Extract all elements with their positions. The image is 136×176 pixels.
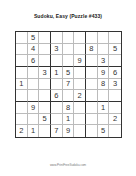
- cell-r5c9[interactable]: 3: [109, 79, 121, 91]
- cell-r6c2[interactable]: [28, 90, 40, 102]
- cell-r2c6[interactable]: [74, 44, 86, 56]
- sudoku-grid: 543856933159617836298151221795: [15, 31, 122, 138]
- cell-r1c4[interactable]: [51, 32, 63, 44]
- cell-r1c3[interactable]: [39, 32, 51, 44]
- footer-url: www.PrintFreeSudoku.com: [0, 163, 136, 167]
- cell-r7c8[interactable]: 1: [98, 102, 110, 114]
- cell-r8c2[interactable]: [28, 114, 40, 126]
- cell-r5c1[interactable]: 1: [16, 79, 28, 91]
- cell-r7c7[interactable]: [86, 102, 98, 114]
- cell-r7c4[interactable]: [51, 102, 63, 114]
- cell-r8c9[interactable]: 2: [109, 114, 121, 126]
- cell-r2c7[interactable]: 8: [86, 44, 98, 56]
- cell-r2c8[interactable]: [98, 44, 110, 56]
- cell-r5c4[interactable]: [51, 79, 63, 91]
- cell-r4c4[interactable]: 1: [51, 67, 63, 79]
- cell-r7c2[interactable]: 9: [28, 102, 40, 114]
- cell-r8c1[interactable]: [16, 114, 28, 126]
- cell-r1c7[interactable]: [86, 32, 98, 44]
- cell-r9c4[interactable]: 7: [51, 125, 63, 137]
- cell-r9c2[interactable]: 1: [28, 125, 40, 137]
- cell-r3c3[interactable]: [39, 55, 51, 67]
- cell-r6c5[interactable]: [63, 90, 75, 102]
- cell-r7c5[interactable]: 8: [63, 102, 75, 114]
- cell-r3c9[interactable]: [109, 55, 121, 67]
- cell-r4c8[interactable]: 9: [98, 67, 110, 79]
- cell-r9c8[interactable]: 5: [98, 125, 110, 137]
- cell-r6c1[interactable]: [16, 90, 28, 102]
- cell-r2c1[interactable]: [16, 44, 28, 56]
- cell-r1c5[interactable]: [63, 32, 75, 44]
- cell-r5c6[interactable]: [74, 79, 86, 91]
- cell-r2c5[interactable]: [63, 44, 75, 56]
- cell-r7c6[interactable]: [74, 102, 86, 114]
- cell-r3c4[interactable]: [51, 55, 63, 67]
- cell-r2c3[interactable]: [39, 44, 51, 56]
- cell-r4c9[interactable]: 6: [109, 67, 121, 79]
- cell-r3c7[interactable]: [86, 55, 98, 67]
- cell-r4c7[interactable]: [86, 67, 98, 79]
- cell-r1c9[interactable]: [109, 32, 121, 44]
- cell-r3c1[interactable]: [16, 55, 28, 67]
- cell-r9c1[interactable]: 2: [16, 125, 28, 137]
- cell-r9c6[interactable]: [74, 125, 86, 137]
- cell-r9c7[interactable]: [86, 125, 98, 137]
- cell-r6c6[interactable]: 2: [74, 90, 86, 102]
- cell-r2c4[interactable]: 3: [51, 44, 63, 56]
- cell-r8c6[interactable]: [74, 114, 86, 126]
- cell-r9c9[interactable]: [109, 125, 121, 137]
- cell-r2c9[interactable]: 5: [109, 44, 121, 56]
- cell-r8c8[interactable]: [98, 114, 110, 126]
- cell-r5c5[interactable]: 7: [63, 79, 75, 91]
- cell-r5c8[interactable]: 8: [98, 79, 110, 91]
- page-title: Sudoku, Easy (Puzzle #433): [0, 13, 136, 19]
- cell-r6c3[interactable]: [39, 90, 51, 102]
- cell-r6c8[interactable]: [98, 90, 110, 102]
- cell-r7c9[interactable]: [109, 102, 121, 114]
- cell-r8c7[interactable]: [86, 114, 98, 126]
- cell-r5c7[interactable]: [86, 79, 98, 91]
- cell-r6c7[interactable]: [86, 90, 98, 102]
- cell-r1c6[interactable]: [74, 32, 86, 44]
- cell-r8c4[interactable]: [51, 114, 63, 126]
- cell-r6c9[interactable]: [109, 90, 121, 102]
- cell-r8c5[interactable]: 1: [63, 114, 75, 126]
- cell-r4c6[interactable]: [74, 67, 86, 79]
- cell-r1c1[interactable]: [16, 32, 28, 44]
- cell-r6c4[interactable]: 6: [51, 90, 63, 102]
- cell-r4c3[interactable]: 3: [39, 67, 51, 79]
- cell-r7c1[interactable]: [16, 102, 28, 114]
- cell-r7c3[interactable]: [39, 102, 51, 114]
- cell-r9c5[interactable]: 9: [63, 125, 75, 137]
- cell-r3c5[interactable]: [63, 55, 75, 67]
- cell-r3c2[interactable]: 6: [28, 55, 40, 67]
- cell-r9c3[interactable]: [39, 125, 51, 137]
- cell-r3c8[interactable]: 3: [98, 55, 110, 67]
- cell-r5c2[interactable]: [28, 79, 40, 91]
- cell-r4c2[interactable]: [28, 67, 40, 79]
- cell-r1c2[interactable]: 5: [28, 32, 40, 44]
- cell-r4c1[interactable]: [16, 67, 28, 79]
- cell-r5c3[interactable]: [39, 79, 51, 91]
- cell-r8c3[interactable]: 5: [39, 114, 51, 126]
- cell-r2c2[interactable]: 4: [28, 44, 40, 56]
- cell-r4c5[interactable]: 5: [63, 67, 75, 79]
- cell-r3c6[interactable]: 9: [74, 55, 86, 67]
- cell-r1c8[interactable]: [98, 32, 110, 44]
